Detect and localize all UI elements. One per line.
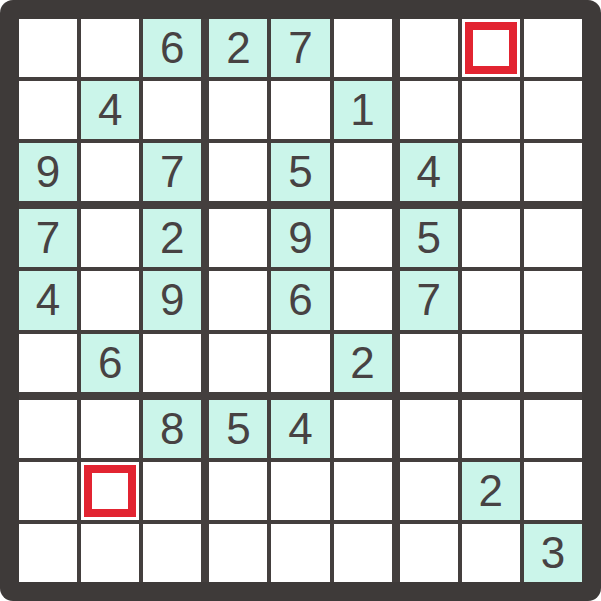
cell-r6c7[interactable]	[400, 334, 458, 392]
cell-r1c1[interactable]	[19, 19, 77, 77]
cell-r1c5: 7	[271, 19, 329, 77]
cell-r6c4[interactable]	[209, 334, 267, 392]
cell-r8c3[interactable]	[143, 462, 201, 520]
cell-r9c2[interactable]	[81, 524, 139, 582]
cell-r4c7: 5	[400, 209, 458, 267]
cell-r9c6[interactable]	[334, 524, 392, 582]
cell-r5c8[interactable]	[462, 271, 520, 329]
cell-r2c6: 1	[334, 81, 392, 139]
cell-r5c7: 7	[400, 271, 458, 329]
answer-target-marker	[84, 465, 136, 517]
cell-r2c4[interactable]	[209, 81, 267, 139]
cell-r4c6[interactable]	[334, 209, 392, 267]
cell-r3c4[interactable]	[209, 143, 267, 201]
cell-r8c8: 2	[462, 462, 520, 520]
cell-r5c5: 6	[271, 271, 329, 329]
cell-r2c8[interactable]	[462, 81, 520, 139]
cell-r7c2[interactable]	[81, 400, 139, 458]
cell-r4c1: 7	[19, 209, 77, 267]
cell-r4c9[interactable]	[524, 209, 582, 267]
cell-r3c6[interactable]	[334, 143, 392, 201]
cell-r6c2: 6	[81, 334, 139, 392]
cell-r3c2[interactable]	[81, 143, 139, 201]
cell-r8c1[interactable]	[19, 462, 77, 520]
cell-r2c5[interactable]	[271, 81, 329, 139]
cell-r5c2[interactable]	[81, 271, 139, 329]
cell-r7c4: 5	[209, 400, 267, 458]
cell-r9c1[interactable]	[19, 524, 77, 582]
cell-r9c3[interactable]	[143, 524, 201, 582]
cell-r3c1: 9	[19, 143, 77, 201]
cell-r2c3[interactable]	[143, 81, 201, 139]
cell-r5c3: 9	[143, 271, 201, 329]
cell-r3c5: 5	[271, 143, 329, 201]
cell-r1c7[interactable]	[400, 19, 458, 77]
cell-r9c5[interactable]	[271, 524, 329, 582]
cell-r5c9[interactable]	[524, 271, 582, 329]
cell-r7c9[interactable]	[524, 400, 582, 458]
cell-r8c7[interactable]	[400, 462, 458, 520]
cell-r5c4[interactable]	[209, 271, 267, 329]
cell-r2c1[interactable]	[19, 81, 77, 139]
cell-r7c6[interactable]	[334, 400, 392, 458]
cell-r8c4[interactable]	[209, 462, 267, 520]
cell-r6c3[interactable]	[143, 334, 201, 392]
cell-r7c3: 8	[143, 400, 201, 458]
cell-r6c6: 2	[334, 334, 392, 392]
cell-r3c8[interactable]	[462, 143, 520, 201]
cell-r8c9[interactable]	[524, 462, 582, 520]
cell-r4c8[interactable]	[462, 209, 520, 267]
cell-r7c5: 4	[271, 400, 329, 458]
cell-r4c5: 9	[271, 209, 329, 267]
cell-r2c2: 4	[81, 81, 139, 139]
cell-r1c2[interactable]	[81, 19, 139, 77]
cell-r8c2[interactable]	[81, 462, 139, 520]
cell-r3c7: 4	[400, 143, 458, 201]
cell-r9c7[interactable]	[400, 524, 458, 582]
sudoku-grid: 627419754729549676285423	[19, 19, 582, 582]
cell-r6c5[interactable]	[271, 334, 329, 392]
cell-r3c9[interactable]	[524, 143, 582, 201]
cell-r9c8[interactable]	[462, 524, 520, 582]
cell-r7c1[interactable]	[19, 400, 77, 458]
cell-r6c8[interactable]	[462, 334, 520, 392]
sudoku-board: 627419754729549676285423	[0, 0, 601, 601]
cell-r4c4[interactable]	[209, 209, 267, 267]
cell-r4c3: 2	[143, 209, 201, 267]
cell-r1c3: 6	[143, 19, 201, 77]
cell-r1c4: 2	[209, 19, 267, 77]
cell-r2c7[interactable]	[400, 81, 458, 139]
cell-r5c1: 4	[19, 271, 77, 329]
cell-r1c9[interactable]	[524, 19, 582, 77]
cell-r1c8[interactable]	[462, 19, 520, 77]
cell-r9c9: 3	[524, 524, 582, 582]
cell-r9c4[interactable]	[209, 524, 267, 582]
cell-r1c6[interactable]	[334, 19, 392, 77]
cell-r8c5[interactable]	[271, 462, 329, 520]
cell-r8c6[interactable]	[334, 462, 392, 520]
cell-r6c1[interactable]	[19, 334, 77, 392]
cell-r6c9[interactable]	[524, 334, 582, 392]
answer-target-marker	[465, 22, 517, 74]
cell-r7c8[interactable]	[462, 400, 520, 458]
cell-r7c7[interactable]	[400, 400, 458, 458]
cell-r2c9[interactable]	[524, 81, 582, 139]
cell-r3c3: 7	[143, 143, 201, 201]
cell-r5c6[interactable]	[334, 271, 392, 329]
cell-r4c2[interactable]	[81, 209, 139, 267]
